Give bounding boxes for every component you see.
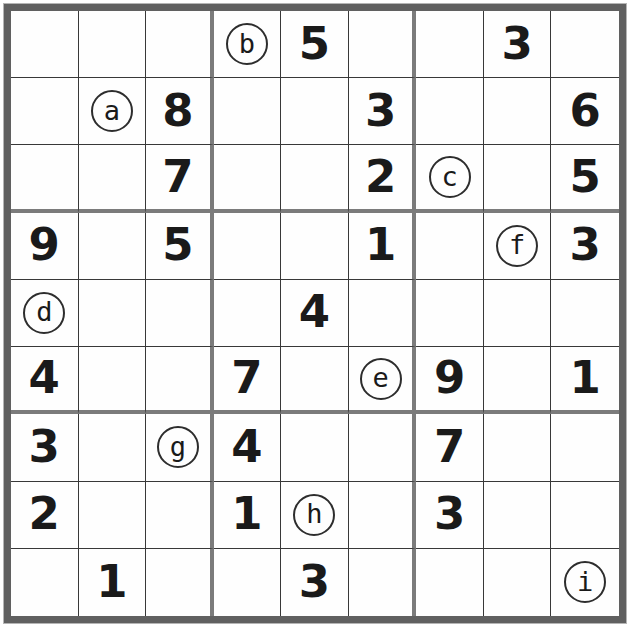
cell-r1c8[interactable]: 3 (484, 11, 552, 78)
cell-r5c3[interactable] (146, 280, 214, 347)
circled-letter-f: f (496, 225, 538, 267)
given-digit: 9 (434, 355, 465, 402)
cell-r8c2[interactable] (79, 482, 147, 549)
given-digit: 7 (434, 424, 465, 471)
circled-letter-g: g (157, 426, 199, 468)
cell-r3c5[interactable] (281, 145, 349, 212)
cell-r1c3[interactable] (146, 11, 214, 78)
cell-r6c3[interactable] (146, 347, 214, 414)
sudoku-page: b53a83672c5951f3d447e913g4721h313i (0, 0, 630, 628)
cell-r5c8[interactable] (484, 280, 552, 347)
cell-r4c1[interactable]: 9 (11, 213, 79, 280)
given-digit: 3 (434, 491, 465, 538)
given-digit: 1 (231, 491, 262, 538)
cell-r8c1[interactable]: 2 (11, 482, 79, 549)
given-digit: 4 (299, 289, 330, 336)
cell-r3c4[interactable] (214, 145, 282, 212)
cell-r1c5[interactable]: 5 (281, 11, 349, 78)
cell-r9c5[interactable]: 3 (281, 549, 349, 616)
cell-r5c2[interactable] (79, 280, 147, 347)
cell-r2c1[interactable] (11, 78, 79, 145)
cell-r5c4[interactable] (214, 280, 282, 347)
cell-r6c4[interactable]: 7 (214, 347, 282, 414)
given-digit: 3 (29, 424, 60, 471)
circled-letter-h: h (293, 494, 335, 536)
cell-r8c9[interactable] (551, 482, 619, 549)
cell-r9c7[interactable] (416, 549, 484, 616)
cell-r3c2[interactable] (79, 145, 147, 212)
cell-r5c6[interactable] (349, 280, 417, 347)
cell-r1c7[interactable] (416, 11, 484, 78)
cell-r1c2[interactable] (79, 11, 147, 78)
cell-r1c1[interactable] (11, 11, 79, 78)
cell-r3c1[interactable] (11, 145, 79, 212)
cell-r6c6[interactable]: e (349, 347, 417, 414)
cell-r8c8[interactable] (484, 482, 552, 549)
cell-r7c6[interactable] (349, 414, 417, 481)
circled-letter-b: b (226, 23, 268, 65)
cell-r9c6[interactable] (349, 549, 417, 616)
cell-r4c2[interactable] (79, 213, 147, 280)
cell-r5c9[interactable] (551, 280, 619, 347)
cell-r6c5[interactable] (281, 347, 349, 414)
cell-r7c9[interactable] (551, 414, 619, 481)
sudoku-board: b53a83672c5951f3d447e913g4721h313i (4, 4, 626, 623)
cell-r3c6[interactable]: 2 (349, 145, 417, 212)
cell-r1c4[interactable]: b (214, 11, 282, 78)
given-digit: 5 (570, 154, 601, 201)
cell-r1c9[interactable] (551, 11, 619, 78)
cell-r5c7[interactable] (416, 280, 484, 347)
given-digit: 6 (570, 88, 601, 135)
cell-r4c6[interactable]: 1 (349, 213, 417, 280)
cell-r7c3[interactable]: g (146, 414, 214, 481)
cell-r2c3[interactable]: 8 (146, 78, 214, 145)
cell-r2c6[interactable]: 3 (349, 78, 417, 145)
given-digit: 4 (231, 424, 262, 471)
given-digit: 3 (299, 559, 330, 606)
circled-letter-a: a (91, 90, 133, 132)
circled-letter-e: e (360, 358, 402, 400)
given-digit: 4 (29, 355, 60, 402)
cell-r8c4[interactable]: 1 (214, 482, 282, 549)
cell-r2c4[interactable] (214, 78, 282, 145)
cell-r4c5[interactable] (281, 213, 349, 280)
cell-r9c1[interactable] (11, 549, 79, 616)
cell-r4c8[interactable]: f (484, 213, 552, 280)
cell-r4c3[interactable]: 5 (146, 213, 214, 280)
given-digit: 2 (365, 154, 396, 201)
cell-r8c6[interactable] (349, 482, 417, 549)
given-digit: 3 (570, 222, 601, 269)
cell-r6c7[interactable]: 9 (416, 347, 484, 414)
cell-r3c3[interactable]: 7 (146, 145, 214, 212)
cell-r7c7[interactable]: 7 (416, 414, 484, 481)
given-digit: 1 (96, 559, 127, 606)
given-digit: 3 (365, 88, 396, 135)
cell-r3c9[interactable]: 5 (551, 145, 619, 212)
circled-letter-c: c (429, 156, 471, 198)
cell-r7c1[interactable]: 3 (11, 414, 79, 481)
cell-r3c8[interactable] (484, 145, 552, 212)
cell-r4c9[interactable]: 3 (551, 213, 619, 280)
cell-r9c3[interactable] (146, 549, 214, 616)
cell-r8c3[interactable] (146, 482, 214, 549)
cell-r6c2[interactable] (79, 347, 147, 414)
cell-r5c1[interactable]: d (11, 280, 79, 347)
cell-r2c9[interactable]: 6 (551, 78, 619, 145)
circled-letter-i: i (564, 561, 606, 603)
cell-r2c2[interactable]: a (79, 78, 147, 145)
cell-r2c5[interactable] (281, 78, 349, 145)
cell-r9c2[interactable]: 1 (79, 549, 147, 616)
cell-r6c9[interactable]: 1 (551, 347, 619, 414)
cell-r4c7[interactable] (416, 213, 484, 280)
given-digit: 9 (29, 222, 60, 269)
given-digit: 7 (162, 154, 193, 201)
cell-r2c7[interactable] (416, 78, 484, 145)
cell-r6c8[interactable] (484, 347, 552, 414)
cell-r6c1[interactable]: 4 (11, 347, 79, 414)
cell-r9c8[interactable] (484, 549, 552, 616)
given-digit: 5 (162, 222, 193, 269)
given-digit: 1 (365, 222, 396, 269)
cell-r7c5[interactable] (281, 414, 349, 481)
cell-r9c9[interactable]: i (551, 549, 619, 616)
given-digit: 7 (231, 355, 262, 402)
cell-r4c4[interactable] (214, 213, 282, 280)
circled-letter-d: d (23, 292, 65, 334)
cell-r1c6[interactable] (349, 11, 417, 78)
cell-r7c4[interactable]: 4 (214, 414, 282, 481)
given-digit: 8 (162, 88, 193, 135)
cell-r3c7[interactable]: c (416, 145, 484, 212)
cell-r2c8[interactable] (484, 78, 552, 145)
given-digit: 5 (299, 21, 330, 68)
cell-r8c5[interactable]: h (281, 482, 349, 549)
given-digit: 1 (570, 355, 601, 402)
cell-r5c5[interactable]: 4 (281, 280, 349, 347)
cell-r7c2[interactable] (79, 414, 147, 481)
cell-r9c4[interactable] (214, 549, 282, 616)
given-digit: 2 (29, 491, 60, 538)
cell-r7c8[interactable] (484, 414, 552, 481)
cell-r8c7[interactable]: 3 (416, 482, 484, 549)
given-digit: 3 (502, 21, 533, 68)
